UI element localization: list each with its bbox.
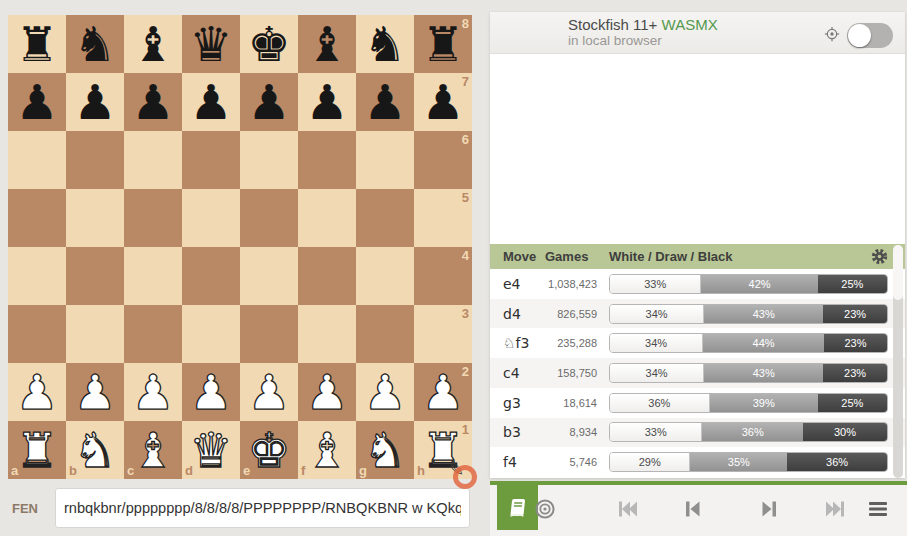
explorer-row-c4[interactable]: c4158,75034%43%23% [490, 358, 905, 388]
piece-black-pawn[interactable]: ♟ [421, 73, 464, 131]
fen-input[interactable] [55, 488, 470, 528]
square-c4[interactable] [124, 247, 182, 305]
square-f7[interactable]: ♟ [298, 73, 356, 131]
focus-target-icon[interactable] [823, 25, 841, 43]
piece-white-rook[interactable]: ♜ [15, 421, 58, 479]
square-c3[interactable] [124, 305, 182, 363]
square-a7[interactable]: ♟ [8, 73, 66, 131]
square-e5[interactable] [240, 189, 298, 247]
rank-coordinate: 3 [462, 307, 469, 320]
file-coordinate: a [11, 464, 18, 477]
piece-white-pawn[interactable]: ♟ [421, 363, 464, 421]
piece-white-bishop[interactable]: ♝ [131, 421, 174, 479]
column-games: Games [545, 249, 609, 264]
step-forward-icon [758, 497, 782, 521]
square-d4[interactable] [182, 247, 240, 305]
draw-segment: 39% [710, 394, 818, 412]
square-e8[interactable]: ♚ [240, 15, 298, 73]
square-e2[interactable]: ♟ [240, 363, 298, 421]
square-h3[interactable]: 3 [414, 305, 472, 363]
square-b6[interactable] [66, 131, 124, 189]
square-a1[interactable]: a♜ [8, 421, 66, 479]
piece-white-pawn[interactable]: ♟ [247, 363, 290, 421]
edit-board-pencil-icon[interactable]: ✎ [449, 459, 464, 480]
fen-label: FEN [12, 501, 38, 516]
square-f6[interactable] [298, 131, 356, 189]
white-wins-segment: 33% [610, 423, 702, 441]
black-wins-segment: 25% [818, 394, 887, 412]
file-coordinate: f [301, 464, 305, 477]
piece-white-queen[interactable]: ♛ [189, 421, 232, 479]
square-e3[interactable] [240, 305, 298, 363]
piece-white-knight[interactable]: ♞ [363, 421, 406, 479]
piece-white-king[interactable]: ♚ [247, 421, 290, 479]
square-a8[interactable]: ♜ [8, 15, 66, 73]
bottom-toolbar [490, 481, 907, 536]
explorer-move[interactable]: ♘f3 [503, 335, 545, 351]
file-coordinate: e [243, 464, 250, 477]
explorer-games-count: 18,614 [545, 397, 597, 409]
square-g2[interactable]: ♟ [356, 363, 414, 421]
engine-toggle[interactable] [847, 23, 893, 48]
explorer-games-count: 1,038,423 [545, 278, 597, 290]
piece-black-queen[interactable]: ♛ [189, 15, 232, 73]
explorer-row-d4[interactable]: d4826,55934%43%23% [490, 299, 905, 329]
explorer-games-count: 158,750 [545, 367, 597, 379]
square-e6[interactable] [240, 131, 298, 189]
white-wins-segment: 33% [610, 275, 701, 293]
engine-output-area [490, 54, 905, 244]
piece-white-pawn[interactable]: ♟ [189, 363, 232, 421]
draw-segment: 35% [690, 453, 787, 471]
file-coordinate: h [417, 464, 425, 477]
rank-coordinate: 8 [462, 17, 469, 30]
square-e7[interactable]: ♟ [240, 73, 298, 131]
square-g8[interactable]: ♞ [356, 15, 414, 73]
square-g5[interactable] [356, 189, 414, 247]
square-a6[interactable] [8, 131, 66, 189]
square-f5[interactable] [298, 189, 356, 247]
piece-white-pawn[interactable]: ♟ [131, 363, 174, 421]
square-g4[interactable] [356, 247, 414, 305]
explorer-row-g3[interactable]: g318,61436%39%25% [490, 388, 905, 418]
draw-segment: 43% [704, 364, 823, 382]
explorer-move[interactable]: d4 [503, 306, 545, 322]
skip-to-end-icon [823, 497, 847, 521]
square-d3[interactable] [182, 305, 240, 363]
result-percentage-bar: 33%42%25% [609, 274, 888, 294]
piece-black-pawn[interactable]: ♟ [131, 73, 174, 131]
piece-white-pawn[interactable]: ♟ [363, 363, 406, 421]
explorer-games-count: 826,559 [545, 308, 597, 320]
go-first-button[interactable] [616, 497, 640, 521]
square-b3[interactable] [66, 305, 124, 363]
piece-white-pawn[interactable]: ♟ [15, 363, 58, 421]
explorer-header: Move Games White / Draw / Black [490, 244, 905, 269]
menu-button[interactable] [866, 497, 890, 521]
explorer-row-e4[interactable]: e41,038,42333%42%25% [490, 269, 905, 299]
explorer-move[interactable]: c4 [503, 365, 545, 381]
rank-coordinate: 7 [462, 75, 469, 88]
result-percentage-bar: 34%43%23% [609, 304, 888, 324]
square-c2[interactable]: ♟ [124, 363, 182, 421]
square-g1[interactable]: g♞ [356, 421, 414, 479]
explorer-settings-gear-icon[interactable] [870, 247, 889, 266]
draw-segment: 43% [704, 305, 823, 323]
explorer-rows: e41,038,42333%42%25%d4826,55934%43%23%♘f… [490, 269, 905, 477]
piece-white-pawn[interactable]: ♟ [73, 363, 116, 421]
go-next-button[interactable] [758, 497, 782, 521]
file-coordinate: c [127, 464, 134, 477]
explorer-row-f3[interactable]: ♘f3235,28834%44%23% [490, 328, 905, 358]
square-g7[interactable]: ♟ [356, 73, 414, 131]
piece-white-pawn[interactable]: ♟ [305, 363, 348, 421]
file-coordinate: d [185, 464, 193, 477]
explorer-games-count: 235,288 [545, 337, 597, 349]
black-wins-segment: 23% [823, 305, 887, 323]
square-c6[interactable] [124, 131, 182, 189]
square-d6[interactable] [182, 131, 240, 189]
explorer-move[interactable]: e4 [503, 276, 545, 292]
piece-black-bishop[interactable]: ♝ [305, 15, 348, 73]
piece-black-pawn[interactable]: ♟ [189, 73, 232, 131]
square-b8[interactable]: ♞ [66, 15, 124, 73]
draw-segment: 36% [702, 423, 803, 441]
square-g3[interactable] [356, 305, 414, 363]
result-percentage-bar: 29%35%36% [609, 452, 888, 472]
explorer-scrollbar[interactable] [893, 245, 903, 478]
square-b7[interactable]: ♟ [66, 73, 124, 131]
rank-coordinate: 5 [462, 191, 469, 204]
square-h4[interactable]: 4 [414, 247, 472, 305]
square-h6[interactable]: 6 [414, 131, 472, 189]
file-coordinate: b [69, 464, 77, 477]
rank-coordinate: 2 [462, 365, 469, 378]
piece-black-pawn[interactable]: ♟ [305, 73, 348, 131]
piece-black-knight[interactable]: ♞ [73, 15, 116, 73]
square-d1[interactable]: d♛ [182, 421, 240, 479]
square-a3[interactable] [8, 305, 66, 363]
piece-black-pawn[interactable]: ♟ [247, 73, 290, 131]
square-f2[interactable]: ♟ [298, 363, 356, 421]
piece-black-pawn[interactable]: ♟ [363, 73, 406, 131]
white-wins-segment: 36% [610, 394, 710, 412]
square-h5[interactable]: 5 [414, 189, 472, 247]
column-move: Move [503, 249, 545, 264]
engine-header: Stockfish 11+ WASMX in local browser [490, 12, 905, 54]
result-percentage-bar: 33%36%30% [609, 422, 888, 442]
result-percentage-bar: 34%43%23% [609, 363, 888, 383]
square-b2[interactable]: ♟ [66, 363, 124, 421]
square-f3[interactable] [298, 305, 356, 363]
square-g6[interactable] [356, 131, 414, 189]
piece-black-knight[interactable]: ♞ [363, 15, 406, 73]
go-last-button[interactable] [823, 497, 847, 521]
white-wins-segment: 34% [610, 364, 704, 382]
scrollbar-thumb[interactable] [893, 245, 903, 300]
square-d8[interactable]: ♛ [182, 15, 240, 73]
opening-explorer-button[interactable] [497, 485, 538, 530]
square-e4[interactable] [240, 247, 298, 305]
skip-to-start-icon [616, 497, 640, 521]
square-h7[interactable]: 7♟ [414, 73, 472, 131]
piece-black-king[interactable]: ♚ [247, 15, 290, 73]
file-coordinate: g [359, 464, 367, 477]
square-b4[interactable] [66, 247, 124, 305]
chess-board[interactable]: ♜♞♝♛♚♝♞8♜♟♟♟♟♟♟♟7♟6543♟♟♟♟♟♟♟2♟a♜b♞c♝d♛e… [8, 15, 472, 479]
piece-white-bishop[interactable]: ♝ [305, 421, 348, 479]
analysis-panel: Stockfish 11+ WASMX in local browser Mov… [490, 12, 905, 478]
square-d2[interactable]: ♟ [182, 363, 240, 421]
black-wins-segment: 25% [818, 275, 887, 293]
result-percentage-bar: 36%39%25% [609, 393, 888, 413]
square-e1[interactable]: e♚ [240, 421, 298, 479]
white-wins-segment: 29% [610, 453, 690, 471]
square-b5[interactable] [66, 189, 124, 247]
step-back-icon [680, 497, 704, 521]
bullseye-icon [533, 497, 557, 521]
square-f8[interactable]: ♝ [298, 15, 356, 73]
square-c8[interactable]: ♝ [124, 15, 182, 73]
explorer-games-count: 8,934 [545, 426, 597, 438]
hamburger-menu-icon [866, 497, 890, 521]
explorer-move[interactable]: f4 [503, 454, 545, 470]
square-d5[interactable] [182, 189, 240, 247]
black-wins-segment: 30% [803, 423, 887, 441]
explorer-row-b3[interactable]: b38,93433%36%30% [490, 418, 905, 448]
piece-black-pawn[interactable]: ♟ [73, 73, 116, 131]
explorer-move[interactable]: g3 [503, 395, 545, 411]
square-h2[interactable]: 2♟ [414, 363, 472, 421]
column-result: White / Draw / Black [609, 249, 733, 264]
black-wins-segment: 36% [787, 453, 887, 471]
square-f4[interactable] [298, 247, 356, 305]
piece-black-rook[interactable]: ♜ [15, 15, 58, 73]
rank-coordinate: 4 [462, 249, 469, 262]
square-c1[interactable]: c♝ [124, 421, 182, 479]
black-wins-segment: 23% [824, 334, 887, 352]
result-percentage-bar: 34%44%23% [609, 333, 888, 353]
square-c5[interactable] [124, 189, 182, 247]
explorer-move[interactable]: b3 [503, 424, 545, 440]
square-h8[interactable]: 8♜ [414, 15, 472, 73]
toggle-knob [848, 24, 871, 47]
white-wins-segment: 34% [610, 305, 704, 323]
engine-info: Stockfish 11+ WASMX in local browser [490, 12, 905, 48]
practice-mode-button[interactable] [533, 497, 557, 521]
square-b1[interactable]: b♞ [66, 421, 124, 479]
square-d7[interactable]: ♟ [182, 73, 240, 131]
black-wins-segment: 23% [823, 364, 887, 382]
rank-coordinate: 6 [462, 133, 469, 146]
explorer-games-count: 5,746 [545, 456, 597, 468]
draw-segment: 42% [701, 275, 817, 293]
square-a5[interactable] [8, 189, 66, 247]
draw-segment: 44% [703, 334, 824, 352]
book-icon [506, 496, 530, 520]
toolbar-accent-line [490, 481, 907, 485]
engine-name-text: Stockfish 11+ [568, 16, 657, 33]
piece-black-rook[interactable]: ♜ [421, 15, 464, 73]
piece-black-pawn[interactable]: ♟ [15, 73, 58, 131]
engine-badge: WASMX [662, 16, 718, 33]
square-f1[interactable]: f♝ [298, 421, 356, 479]
square-a4[interactable] [8, 247, 66, 305]
explorer-row-f4[interactable]: f45,74629%35%36% [490, 447, 905, 477]
go-previous-button[interactable] [680, 497, 704, 521]
rank-coordinate: 1 [462, 423, 469, 436]
piece-black-bishop[interactable]: ♝ [131, 15, 174, 73]
square-a2[interactable]: ♟ [8, 363, 66, 421]
square-c7[interactable]: ♟ [124, 73, 182, 131]
piece-white-knight[interactable]: ♞ [73, 421, 116, 479]
white-wins-segment: 34% [610, 334, 703, 352]
